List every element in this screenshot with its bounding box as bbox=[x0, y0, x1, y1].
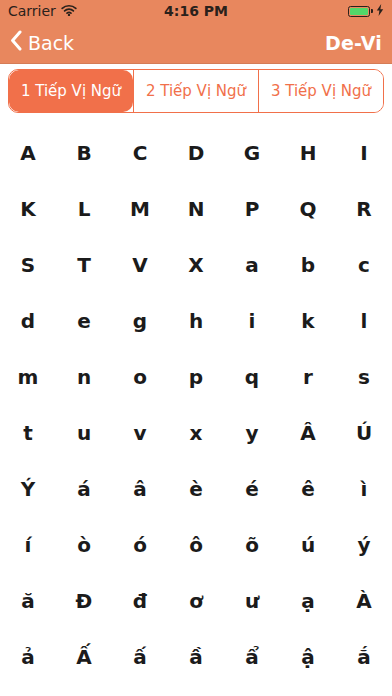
letter-cell[interactable]: n bbox=[56, 349, 112, 405]
letter-cell[interactable]: k bbox=[280, 293, 336, 349]
letter-cell[interactable]: a bbox=[224, 237, 280, 293]
battery-icon bbox=[348, 6, 373, 17]
letter-cell[interactable]: p bbox=[168, 349, 224, 405]
letter-cell[interactable]: X bbox=[168, 237, 224, 293]
letter-cell[interactable]: ă bbox=[0, 573, 56, 629]
letter-cell[interactable]: y bbox=[224, 405, 280, 461]
letter-cell[interactable]: À bbox=[336, 573, 392, 629]
letter-cell[interactable]: T bbox=[56, 237, 112, 293]
letter-cell[interactable]: x bbox=[168, 405, 224, 461]
letter-cell[interactable]: s bbox=[336, 349, 392, 405]
letter-cell[interactable]: o bbox=[112, 349, 168, 405]
letter-cell[interactable]: Ý bbox=[0, 461, 56, 517]
letter-cell[interactable]: i bbox=[224, 293, 280, 349]
letter-cell[interactable]: Â bbox=[280, 405, 336, 461]
letter-cell[interactable]: u bbox=[56, 405, 112, 461]
letter-cell[interactable]: b bbox=[280, 237, 336, 293]
status-right bbox=[264, 3, 384, 19]
letter-grid: ABCDGHIKLMNPQRSTVXabcdeghiklmnopqrstuvxy… bbox=[0, 125, 392, 685]
letter-cell[interactable]: â bbox=[112, 461, 168, 517]
letter-cell[interactable]: ạ bbox=[280, 573, 336, 629]
letter-cell[interactable]: á bbox=[56, 461, 112, 517]
letter-cell[interactable]: S bbox=[0, 237, 56, 293]
letter-cell[interactable]: ơ bbox=[168, 573, 224, 629]
tab-1-tiep-vi-ngu[interactable]: 1 Tiếp Vị Ngữ bbox=[9, 70, 133, 112]
letter-cell[interactable]: ắ bbox=[336, 629, 392, 685]
letter-cell[interactable]: P bbox=[224, 181, 280, 237]
letter-cell[interactable]: è bbox=[168, 461, 224, 517]
status-left: Carrier bbox=[8, 3, 128, 19]
letter-cell[interactable]: Q bbox=[280, 181, 336, 237]
header: Carrier 4:16 PM bbox=[0, 0, 392, 64]
letter-cell[interactable]: Đ bbox=[56, 573, 112, 629]
letter-cell[interactable]: I bbox=[336, 125, 392, 181]
letter-cell[interactable]: K bbox=[0, 181, 56, 237]
letter-cell[interactable]: ư bbox=[224, 573, 280, 629]
back-label: Back bbox=[28, 32, 74, 54]
letter-cell[interactable]: V bbox=[112, 237, 168, 293]
letter-cell[interactable]: e bbox=[56, 293, 112, 349]
letter-cell[interactable]: ì bbox=[336, 461, 392, 517]
page-title: De-Vi bbox=[325, 32, 382, 54]
status-time: 4:16 PM bbox=[128, 3, 264, 19]
letter-cell[interactable]: ó bbox=[112, 517, 168, 573]
letter-cell[interactable]: õ bbox=[224, 517, 280, 573]
letter-cell[interactable]: r bbox=[280, 349, 336, 405]
letter-cell[interactable]: B bbox=[56, 125, 112, 181]
carrier-label: Carrier bbox=[8, 3, 56, 19]
nav-bar: Back De-Vi bbox=[0, 22, 392, 63]
letter-cell[interactable]: Ấ bbox=[56, 629, 112, 685]
letter-cell[interactable]: R bbox=[336, 181, 392, 237]
letter-cell[interactable]: L bbox=[56, 181, 112, 237]
charging-bolt-icon bbox=[376, 3, 384, 19]
tab-bar: 1 Tiếp Vị Ngữ 2 Tiếp Vị Ngữ 3 Tiếp Vị Ng… bbox=[8, 69, 384, 113]
letter-cell[interactable]: v bbox=[112, 405, 168, 461]
letter-cell[interactable]: í bbox=[0, 517, 56, 573]
letter-cell[interactable]: c bbox=[336, 237, 392, 293]
letter-cell[interactable]: ẩ bbox=[224, 629, 280, 685]
tab-3-tiep-vi-ngu[interactable]: 3 Tiếp Vị Ngữ bbox=[258, 70, 383, 112]
letter-cell[interactable]: ô bbox=[168, 517, 224, 573]
back-button[interactable]: Back bbox=[10, 30, 74, 55]
letter-cell[interactable]: ả bbox=[0, 629, 56, 685]
letter-cell[interactable]: ấ bbox=[112, 629, 168, 685]
letter-cell[interactable]: ò bbox=[56, 517, 112, 573]
letter-cell[interactable]: Ú bbox=[336, 405, 392, 461]
letter-cell[interactable]: N bbox=[168, 181, 224, 237]
letter-cell[interactable]: ậ bbox=[280, 629, 336, 685]
letter-cell[interactable]: M bbox=[112, 181, 168, 237]
chevron-left-icon bbox=[10, 30, 22, 55]
letter-cell[interactable]: ý bbox=[336, 517, 392, 573]
letter-cell[interactable]: G bbox=[224, 125, 280, 181]
letter-cell[interactable]: ê bbox=[280, 461, 336, 517]
letter-cell[interactable]: ú bbox=[280, 517, 336, 573]
letter-cell[interactable]: g bbox=[112, 293, 168, 349]
letter-cell[interactable]: A bbox=[0, 125, 56, 181]
letter-cell[interactable]: ầ bbox=[168, 629, 224, 685]
status-bar: Carrier 4:16 PM bbox=[0, 0, 392, 22]
letter-cell[interactable]: H bbox=[280, 125, 336, 181]
letter-cell[interactable]: l bbox=[336, 293, 392, 349]
app-screen: Carrier 4:16 PM bbox=[0, 0, 392, 696]
letter-cell[interactable]: h bbox=[168, 293, 224, 349]
letter-cell[interactable]: m bbox=[0, 349, 56, 405]
letter-cell[interactable]: q bbox=[224, 349, 280, 405]
letter-cell[interactable]: đ bbox=[112, 573, 168, 629]
letter-cell[interactable]: t bbox=[0, 405, 56, 461]
tab-2-tiep-vi-ngu[interactable]: 2 Tiếp Vị Ngữ bbox=[133, 70, 258, 112]
letter-cell[interactable]: é bbox=[224, 461, 280, 517]
wifi-icon bbox=[61, 3, 77, 19]
letter-cell[interactable]: D bbox=[168, 125, 224, 181]
letter-cell[interactable]: d bbox=[0, 293, 56, 349]
letter-cell[interactable]: C bbox=[112, 125, 168, 181]
